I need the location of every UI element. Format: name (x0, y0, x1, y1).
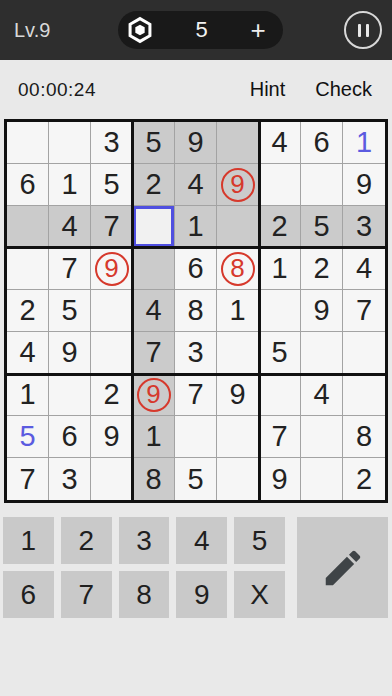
given-digit: 6 (61, 420, 77, 453)
given-digit: 1 (61, 168, 77, 201)
cell-r5c6[interactable]: 1 (217, 290, 259, 332)
given-digit: 2 (145, 168, 161, 201)
given-digit: 2 (19, 294, 35, 327)
given-digit: 9 (187, 126, 203, 159)
given-digit: 7 (187, 378, 203, 411)
cell-r9c4[interactable]: 8 (133, 458, 175, 500)
cell-r2c8[interactable] (301, 164, 343, 206)
given-digit: 4 (313, 378, 329, 411)
cell-r1c6[interactable] (217, 122, 259, 164)
given-digit: 6 (19, 168, 35, 201)
given-digit: 7 (61, 252, 77, 285)
cell-r7c1[interactable]: 1 (7, 374, 49, 416)
check-button[interactable]: Check (315, 78, 372, 101)
cell-r2c9[interactable]: 9 (343, 164, 385, 206)
given-digit: 8 (356, 420, 372, 453)
digit-key-6[interactable]: 6 (3, 571, 54, 618)
cell-r8c2[interactable]: 6 (49, 416, 91, 458)
given-digit: 5 (145, 126, 161, 159)
cell-r7c5[interactable]: 7 (175, 374, 217, 416)
cell-r5c8[interactable]: 9 (301, 290, 343, 332)
box-divider-horizontal-2 (7, 373, 385, 376)
given-digit: 1 (187, 210, 203, 243)
cell-r4c8[interactable]: 2 (301, 248, 343, 290)
cell-r1c7[interactable]: 4 (259, 122, 301, 164)
cell-r1c4[interactable]: 5 (133, 122, 175, 164)
cell-r2c6[interactable]: 9 (217, 164, 259, 206)
cell-r4c5[interactable]: 6 (175, 248, 217, 290)
given-digit: 5 (271, 336, 287, 369)
top-bar: Lv.9 5 + (0, 0, 392, 60)
cell-r8c1[interactable]: 5 (7, 416, 49, 458)
cell-r6c2[interactable]: 9 (49, 332, 91, 374)
cell-r3c5[interactable]: 1 (175, 206, 217, 248)
given-digit: 4 (356, 252, 372, 285)
digit-key-4[interactable]: 4 (176, 517, 227, 564)
digit-key-1[interactable]: 1 (3, 517, 54, 564)
given-digit: 7 (271, 420, 287, 453)
pencil-icon (320, 545, 366, 591)
cell-r7c3[interactable]: 2 (91, 374, 133, 416)
cell-r8c9[interactable]: 8 (343, 416, 385, 458)
given-digit: 9 (103, 420, 119, 453)
given-digit: 8 (187, 294, 203, 327)
cell-r2c2[interactable]: 1 (49, 164, 91, 206)
error-digit: 9 (95, 252, 129, 286)
cell-r5c4[interactable]: 4 (133, 290, 175, 332)
cell-r3c8[interactable]: 5 (301, 206, 343, 248)
cell-r3c9[interactable]: 3 (343, 206, 385, 248)
given-digit: 5 (313, 210, 329, 243)
cell-r9c7[interactable]: 9 (259, 458, 301, 500)
cell-r3c7[interactable]: 2 (259, 206, 301, 248)
box-divider-horizontal-1 (7, 246, 385, 249)
cell-r9c8[interactable] (301, 458, 343, 500)
cell-r6c9[interactable] (343, 332, 385, 374)
sudoku-board: 3594616152499471253796812425481974973512… (4, 119, 388, 503)
given-digit: 4 (187, 168, 203, 201)
box-divider-vertical-1 (131, 122, 134, 500)
cell-r9c3[interactable] (91, 458, 133, 500)
error-digit: 9 (137, 378, 171, 412)
timer: 00:00:24 (18, 79, 96, 101)
given-digit: 6 (313, 126, 329, 159)
digit-key-9[interactable]: 9 (176, 571, 227, 618)
given-digit: 2 (313, 252, 329, 285)
given-digit: 4 (19, 336, 35, 369)
given-digit: 9 (229, 378, 245, 411)
given-digit: 2 (356, 463, 372, 496)
given-digit: 1 (271, 252, 287, 285)
cell-r7c9[interactable] (343, 374, 385, 416)
cell-r7c4[interactable]: 9 (133, 374, 175, 416)
cell-r9c6[interactable] (217, 458, 259, 500)
digit-key-7[interactable]: 7 (61, 571, 112, 618)
cell-r1c8[interactable]: 6 (301, 122, 343, 164)
error-digit: 8 (221, 252, 255, 286)
cell-r2c5[interactable]: 4 (175, 164, 217, 206)
cell-r5c9[interactable]: 7 (343, 290, 385, 332)
cell-r4c9[interactable]: 4 (343, 248, 385, 290)
digit-key-5[interactable]: 5 (234, 517, 285, 564)
hint-token-count: 5 (156, 17, 247, 43)
given-digit: 6 (187, 252, 203, 285)
cell-r2c7[interactable] (259, 164, 301, 206)
cell-r7c2[interactable] (49, 374, 91, 416)
gem-icon (124, 16, 156, 44)
cell-r8c6[interactable] (217, 416, 259, 458)
pencil-mode-button[interactable] (297, 517, 388, 618)
given-digit: 5 (103, 168, 119, 201)
cell-r9c5[interactable]: 5 (175, 458, 217, 500)
cell-r8c8[interactable] (301, 416, 343, 458)
cell-r9c9[interactable]: 2 (343, 458, 385, 500)
cell-r4c6[interactable]: 8 (217, 248, 259, 290)
cell-r5c7[interactable] (259, 290, 301, 332)
cell-r3c6[interactable] (217, 206, 259, 248)
cell-r3c1[interactable] (7, 206, 49, 248)
cell-r3c2[interactable]: 4 (49, 206, 91, 248)
given-digit: 7 (145, 336, 161, 369)
number-pad: 123456789X (3, 517, 285, 618)
cell-r3c3[interactable]: 7 (91, 206, 133, 248)
cell-r1c5[interactable]: 9 (175, 122, 217, 164)
cell-r6c4[interactable]: 7 (133, 332, 175, 374)
cell-r2c1[interactable]: 6 (7, 164, 49, 206)
cell-r8c3[interactable]: 9 (91, 416, 133, 458)
cell-r4c1[interactable] (7, 248, 49, 290)
cell-r1c9[interactable]: 1 (343, 122, 385, 164)
cell-r7c8[interactable]: 4 (301, 374, 343, 416)
given-digit: 3 (61, 463, 77, 496)
cell-r6c1[interactable]: 4 (7, 332, 49, 374)
cell-r9c2[interactable]: 3 (49, 458, 91, 500)
cell-r3c4[interactable] (133, 206, 175, 248)
given-digit: 3 (187, 336, 203, 369)
level-label: Lv.9 (14, 0, 50, 60)
user-digit: 1 (356, 126, 372, 159)
given-digit: 7 (103, 210, 119, 243)
given-digit: 9 (356, 168, 372, 201)
sudoku-grid: 3594616152499471253796812425481974973512… (7, 122, 385, 500)
cell-r9c1[interactable]: 7 (7, 458, 49, 500)
cell-r8c5[interactable] (175, 416, 217, 458)
cell-r6c8[interactable] (301, 332, 343, 374)
given-digit: 7 (19, 463, 35, 496)
given-digit: 9 (313, 294, 329, 327)
cell-r4c3[interactable]: 9 (91, 248, 133, 290)
given-digit: 1 (19, 378, 35, 411)
hint-button[interactable]: Hint (250, 78, 286, 101)
given-digit: 1 (145, 420, 161, 453)
digit-key-2[interactable]: 2 (61, 517, 112, 564)
cell-r7c7[interactable] (259, 374, 301, 416)
given-digit: 7 (356, 294, 372, 327)
given-digit: 4 (61, 210, 77, 243)
given-digit: 2 (103, 378, 119, 411)
cell-r6c3[interactable] (91, 332, 133, 374)
cell-r8c4[interactable]: 1 (133, 416, 175, 458)
given-digit: 5 (187, 463, 203, 496)
box-divider-vertical-2 (258, 122, 261, 500)
given-digit: 3 (103, 126, 119, 159)
given-digit: 1 (229, 294, 245, 327)
cell-r5c1[interactable]: 2 (7, 290, 49, 332)
given-digit: 4 (145, 294, 161, 327)
cell-r6c7[interactable]: 5 (259, 332, 301, 374)
cell-r1c3[interactable]: 3 (91, 122, 133, 164)
add-hints-button[interactable]: + (247, 12, 269, 48)
digit-key-8[interactable]: 8 (119, 571, 170, 618)
user-digit: 5 (19, 420, 35, 453)
given-digit: 9 (271, 463, 287, 496)
digit-key-3[interactable]: 3 (119, 517, 170, 564)
given-digit: 3 (356, 210, 372, 243)
cell-r1c1[interactable] (7, 122, 49, 164)
cell-r6c5[interactable]: 3 (175, 332, 217, 374)
sudoku-app: { "game": "sudoku", "position": { "grid"… (0, 0, 392, 696)
cell-r1c2[interactable] (49, 122, 91, 164)
cell-r4c7[interactable]: 1 (259, 248, 301, 290)
cell-r2c4[interactable]: 2 (133, 164, 175, 206)
error-digit: 9 (221, 168, 255, 202)
given-digit: 2 (271, 210, 287, 243)
given-digit: 4 (271, 126, 287, 159)
pause-icon (358, 24, 361, 37)
cell-r7c6[interactable]: 9 (217, 374, 259, 416)
pause-button[interactable] (344, 11, 382, 49)
cell-r6c6[interactable] (217, 332, 259, 374)
cell-r5c3[interactable] (91, 290, 133, 332)
given-digit: 9 (61, 336, 77, 369)
cell-r4c2[interactable]: 7 (49, 248, 91, 290)
erase-key[interactable]: X (234, 571, 285, 618)
hint-token-pill[interactable]: 5 + (118, 11, 283, 49)
given-digit: 5 (61, 294, 77, 327)
cell-r5c5[interactable]: 8 (175, 290, 217, 332)
cell-r5c2[interactable]: 5 (49, 290, 91, 332)
cell-r2c3[interactable]: 5 (91, 164, 133, 206)
cell-r8c7[interactable]: 7 (259, 416, 301, 458)
cell-r4c4[interactable] (133, 248, 175, 290)
game-toolbar: 00:00:24 Hint Check (0, 60, 392, 119)
given-digit: 8 (145, 463, 161, 496)
